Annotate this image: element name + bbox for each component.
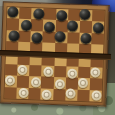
dark-checker-glyph: ⛂ — [67, 20, 78, 31]
checker-piece-light[interactable]: ⛀ — [65, 89, 75, 99]
square-a2[interactable]: ⛀ — [5, 76, 18, 88]
square-b2[interactable] — [17, 76, 30, 88]
square-e3[interactable] — [54, 66, 67, 78]
square-e8[interactable]: ⛂ — [56, 9, 69, 21]
checker-piece-light[interactable]: ⛀ — [78, 78, 88, 88]
checker-piece-dark[interactable]: ⛂ — [93, 22, 104, 33]
square-b8[interactable] — [19, 8, 32, 20]
square-a6[interactable]: ⛂ — [6, 30, 19, 42]
light-checker-glyph: ⛀ — [91, 91, 101, 102]
square-g1[interactable] — [77, 89, 90, 101]
light-checker-glyph: ⛀ — [90, 67, 100, 78]
square-f1[interactable]: ⛀ — [65, 89, 78, 101]
square-g3[interactable] — [78, 67, 91, 79]
square-d7[interactable]: ⛂ — [43, 20, 56, 32]
light-checker-glyph: ⛀ — [31, 77, 41, 88]
checkers-board: ⛂⛂⛂⛂⛂⛂⛂⛂⛂⛂⛂⛂⛀⛀⛀⛀⛀⛀⛀⛀⛀⛀⛀⛀ — [0, 1, 110, 107]
dark-checker-glyph: ⛂ — [44, 21, 55, 32]
dark-checker-glyph: ⛂ — [7, 7, 18, 18]
square-g8[interactable]: ⛂ — [80, 10, 93, 22]
dark-checker-glyph: ⛂ — [81, 33, 92, 44]
square-c2[interactable]: ⛀ — [29, 76, 42, 88]
dark-checker-glyph: ⛂ — [33, 8, 44, 19]
square-c1[interactable] — [29, 88, 42, 100]
square-e6[interactable]: ⛂ — [55, 32, 68, 44]
square-c6[interactable]: ⛂ — [31, 31, 44, 43]
square-d2[interactable] — [41, 77, 54, 89]
light-checker-glyph: ⛀ — [17, 64, 27, 75]
square-f3[interactable]: ⛀ — [66, 66, 79, 78]
light-checker-glyph: ⛀ — [19, 88, 29, 99]
square-a1[interactable] — [4, 87, 17, 99]
light-checker-glyph: ⛀ — [65, 89, 75, 100]
square-g6[interactable]: ⛂ — [79, 33, 92, 45]
checker-piece-light[interactable]: ⛀ — [44, 66, 54, 76]
checker-piece-dark[interactable]: ⛂ — [8, 30, 19, 41]
checker-piece-dark[interactable]: ⛂ — [56, 10, 67, 21]
square-g2[interactable]: ⛀ — [78, 78, 91, 90]
dark-checker-glyph: ⛂ — [8, 30, 19, 41]
dark-checker-glyph: ⛂ — [80, 9, 91, 20]
square-f2[interactable] — [65, 78, 78, 90]
square-f7[interactable]: ⛂ — [67, 21, 80, 33]
square-a3[interactable] — [5, 64, 18, 76]
checker-piece-light[interactable]: ⛀ — [67, 68, 77, 78]
square-h7[interactable]: ⛂ — [92, 22, 105, 34]
checker-piece-light[interactable]: ⛀ — [90, 67, 100, 77]
checker-piece-dark[interactable]: ⛂ — [33, 8, 44, 19]
square-c3[interactable] — [29, 65, 42, 77]
checker-piece-light[interactable]: ⛀ — [91, 91, 101, 101]
light-checker-glyph: ⛀ — [42, 90, 52, 101]
square-a8[interactable]: ⛂ — [7, 7, 20, 19]
checker-piece-light[interactable]: ⛀ — [54, 79, 64, 89]
dark-checker-glyph: ⛂ — [31, 32, 42, 43]
square-e1[interactable] — [53, 89, 66, 101]
checker-piece-dark[interactable]: ⛂ — [81, 33, 92, 44]
square-d1[interactable]: ⛀ — [41, 88, 54, 100]
square-b6[interactable] — [19, 30, 32, 42]
dark-checker-glyph: ⛂ — [93, 22, 104, 33]
checker-piece-dark[interactable]: ⛂ — [67, 20, 78, 31]
light-checker-glyph: ⛀ — [5, 75, 15, 86]
light-checker-glyph: ⛀ — [54, 79, 64, 90]
square-c8[interactable]: ⛂ — [31, 8, 44, 20]
checker-piece-dark[interactable]: ⛂ — [31, 32, 42, 43]
square-f6[interactable] — [67, 32, 80, 44]
square-e2[interactable]: ⛀ — [53, 77, 66, 89]
dark-checker-glyph: ⛂ — [54, 31, 65, 42]
dark-checker-glyph: ⛂ — [56, 10, 67, 21]
checker-piece-dark[interactable]: ⛂ — [7, 7, 18, 18]
square-d3[interactable]: ⛀ — [42, 65, 55, 77]
square-h1[interactable]: ⛀ — [89, 90, 102, 102]
square-b3[interactable]: ⛀ — [17, 65, 30, 77]
light-checker-glyph: ⛀ — [78, 78, 88, 89]
square-c7[interactable] — [31, 20, 44, 32]
checker-piece-dark[interactable]: ⛂ — [20, 19, 31, 30]
square-h3[interactable]: ⛀ — [90, 67, 103, 79]
square-h8[interactable] — [92, 10, 105, 22]
square-g7[interactable] — [80, 21, 93, 33]
light-checker-glyph: ⛀ — [67, 68, 77, 79]
checker-piece-dark[interactable]: ⛂ — [54, 31, 65, 42]
square-b7[interactable]: ⛂ — [19, 19, 32, 31]
square-d8[interactable] — [44, 9, 57, 21]
dark-checker-glyph: ⛂ — [20, 19, 31, 30]
checker-piece-light[interactable]: ⛀ — [19, 88, 29, 98]
light-checker-glyph: ⛀ — [44, 66, 54, 77]
checker-piece-light[interactable]: ⛀ — [17, 64, 27, 74]
square-h2[interactable] — [90, 79, 103, 91]
square-h6[interactable] — [91, 33, 104, 45]
checkers-board-photo: ⛂⛂⛂⛂⛂⛂⛂⛂⛂⛂⛂⛂⛀⛀⛀⛀⛀⛀⛀⛀⛀⛀⛀⛀ — [0, 0, 115, 115]
square-a7[interactable] — [7, 19, 20, 31]
square-b1[interactable]: ⛀ — [17, 87, 30, 99]
checker-piece-light[interactable]: ⛀ — [42, 90, 52, 100]
checker-piece-dark[interactable]: ⛂ — [80, 9, 91, 20]
checker-piece-dark[interactable]: ⛂ — [44, 21, 55, 32]
checker-piece-light[interactable]: ⛀ — [5, 75, 15, 85]
checker-piece-light[interactable]: ⛀ — [31, 77, 41, 87]
square-d6[interactable] — [43, 31, 56, 43]
